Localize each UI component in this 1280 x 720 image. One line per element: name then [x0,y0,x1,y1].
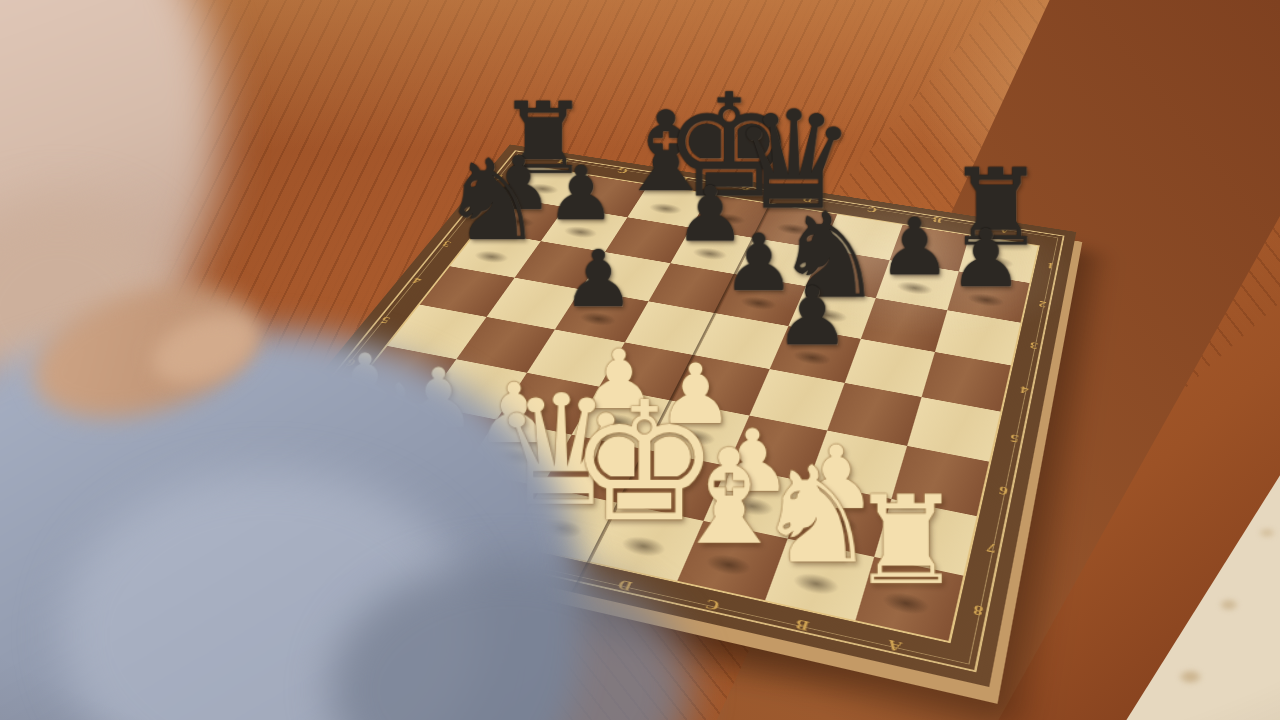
black-knight-piece: ♞ [440,144,544,256]
black-pawn-piece: ♟ [949,219,1023,299]
board-scene: HGFEDCBA HGFEDCBA 12345678 12345678 ♜♝♚♛… [369,28,1021,680]
black-pawn-piece: ♟ [775,276,850,357]
black-pawn-piece: ♟ [562,240,635,318]
black-pawn-piece: ♟ [546,157,616,232]
black-pawn-piece: ♟ [878,208,951,287]
white-rook-piece: ♜ [849,480,963,603]
white-knight-piece: ♞ [345,369,460,493]
